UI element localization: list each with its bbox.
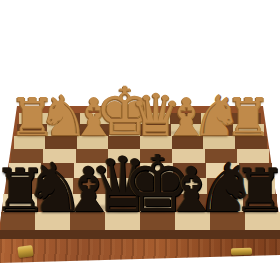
brass-hinge: [17, 245, 33, 258]
piece-black-rook[interactable]: ♜: [233, 160, 280, 220]
brass-clasp: [231, 248, 252, 256]
square-h2[interactable]: ♜: [243, 194, 277, 212]
rank-2: ♜♞♝♛♚♝♞♜: [3, 194, 277, 212]
product-photo-scene: ♜♞♝♚♛♝♞♜♜♞♝♛♚♝♞♜: [0, 0, 280, 280]
square-h7[interactable]: ♜: [233, 124, 264, 136]
rank-7: ♜♞♝♚♛♝♞♜: [17, 124, 264, 136]
board-inner-border: [0, 230, 280, 239]
piece-white-rook[interactable]: ♜: [225, 91, 272, 143]
board-squares: ♜♞♝♚♛♝♞♜♜♞♝♛♚♝♞♜: [0, 113, 280, 232]
